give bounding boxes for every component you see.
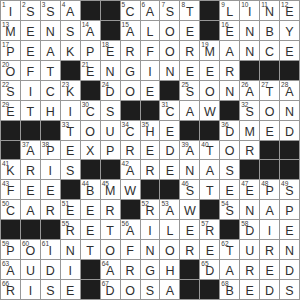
block-cell [180,121,199,140]
block-cell [220,101,239,120]
cell-letter: O [81,121,100,140]
grid-cell[interactable]: 35H [141,121,160,140]
grid-cell[interactable]: W [200,101,219,120]
cell-letter: N [61,240,80,259]
grid-cell[interactable]: 21E [81,61,100,80]
cell-letter: N [240,21,259,40]
grid-cell[interactable]: 9L [220,1,239,20]
cell-letter: N [160,61,179,80]
block-cell [101,21,120,40]
cell-letter: A [21,200,40,219]
grid-cell[interactable]: 42A [121,160,140,179]
cell-letter: E [180,220,199,239]
grid-cell[interactable]: E [220,180,239,199]
cell-letter: E [260,121,279,140]
grid-cell[interactable]: 47E [240,180,259,199]
grid-cell[interactable]: T [200,180,219,199]
grid-cell[interactable]: R [121,141,140,160]
cell-letter: D [41,260,60,279]
grid-cell[interactable]: 43F [1,180,20,199]
grid-cell[interactable]: I [141,220,160,239]
grid-cell[interactable]: E [160,121,179,140]
grid-cell[interactable]: 66R [1,280,20,299]
grid-cell[interactable]: 49S [280,180,299,199]
cell-letter: R [101,200,120,219]
grid-cell[interactable]: E [260,260,279,279]
cell-letter: R [220,61,239,80]
block-cell [220,220,239,239]
grid-cell[interactable]: N [41,21,60,40]
grid-cell[interactable]: N [101,61,120,80]
cell-letter: W [121,180,140,199]
grid-cell[interactable]: 56A [121,220,140,239]
cell-letter: E [220,21,239,40]
cell-letter: E [141,141,160,160]
cell-letter: F [121,240,140,259]
cell-letter: A [220,41,239,60]
cell-letter: K [61,81,80,100]
grid-cell[interactable]: T [41,61,60,80]
grid-cell[interactable]: 22S [1,81,20,100]
cell-letter: R [21,160,40,179]
grid-cell[interactable]: T [81,240,100,259]
block-cell [1,121,20,140]
cell-letter: P [101,141,120,160]
grid-cell[interactable]: I [61,101,80,120]
cell-letter: N [240,200,259,219]
cell-letter: A [101,260,120,279]
grid-cell[interactable]: 17P [1,41,20,60]
cell-letter: C [121,1,140,20]
cell-letter: A [200,160,219,179]
cell-letter: F [21,61,40,80]
cell-letter: D [200,260,219,279]
grid-cell[interactable]: S [41,280,60,299]
grid-cell[interactable]: E [200,240,219,259]
grid-cell[interactable]: D [280,121,299,140]
grid-cell[interactable]: E [61,141,80,160]
grid-cell[interactable]: A [220,260,239,279]
grid-cell[interactable]: E [160,160,179,179]
grid-cell[interactable]: 16E [220,21,239,40]
grid-cell[interactable]: U [101,121,120,140]
cell-letter: E [81,200,100,219]
cell-letter: R [260,240,279,259]
grid-cell[interactable]: 62T [220,240,239,259]
grid-cell[interactable]: 37A [21,141,40,160]
grid-cell[interactable]: I [61,260,80,279]
grid-cell[interactable]: 33T [61,121,80,140]
grid-cell[interactable]: 30C [81,101,100,120]
block-cell [21,220,40,239]
grid-cell[interactable]: E [200,61,219,80]
grid-cell[interactable]: 67D [101,280,120,299]
grid-cell[interactable]: T [101,220,120,239]
grid-cell[interactable]: S [141,280,160,299]
grid-cell[interactable]: A [180,101,199,120]
block-cell [1,220,20,239]
grid-cell[interactable]: 25S [180,81,199,100]
cell-letter: I [141,220,160,239]
cell-letter: N [101,61,120,80]
grid-cell[interactable]: R [21,160,40,179]
cell-letter: A [260,200,279,219]
grid-cell[interactable]: 4A [61,1,80,20]
grid-cell[interactable]: 60O [21,240,40,259]
grid-cell[interactable]: N [160,61,179,80]
grid-cell[interactable]: W [121,180,140,199]
grid-cell[interactable]: U [240,240,259,259]
block-cell [81,1,100,20]
cell-letter: N [141,240,160,259]
grid-cell[interactable]: N [61,240,80,259]
cell-letter: R [200,220,219,239]
grid-cell[interactable]: E [21,21,40,40]
grid-cell[interactable]: T [21,101,40,120]
cell-letter: A [240,81,259,100]
cell-letter: O [121,81,140,100]
cell-letter: L [160,220,179,239]
grid-cell[interactable]: C [41,81,60,100]
grid-cell[interactable]: 7S [160,1,179,20]
grid-cell[interactable]: 68B [220,280,239,299]
grid-cell[interactable]: S [61,160,80,179]
grid-cell[interactable]: 45M [101,180,120,199]
grid-cell[interactable]: R [180,240,199,259]
grid-cell[interactable]: 14A [81,21,100,40]
grid-cell[interactable]: N [180,160,199,179]
cell-letter: K [61,41,80,60]
cell-letter: A [160,200,179,219]
cell-letter: E [280,41,299,60]
grid-cell[interactable]: 2S [21,1,40,20]
cell-letter: S [280,280,299,299]
grid-cell[interactable]: O [160,21,179,40]
cell-letter: S [160,1,179,20]
block-cell [180,260,199,279]
cell-letter: X [81,141,100,160]
cell-letter: S [141,280,160,299]
grid-cell[interactable]: 20O [1,61,20,80]
grid-cell[interactable]: E [21,180,40,199]
grid-cell[interactable]: 38P [41,141,60,160]
grid-cell[interactable]: E [280,220,299,239]
grid-cell[interactable]: E [81,220,100,239]
grid-cell[interactable]: O [160,41,179,60]
grid-cell[interactable]: O [200,81,219,100]
grid-cell[interactable]: O [260,101,279,120]
grid-cell[interactable]: E [41,180,60,199]
grid-cell[interactable]: N [141,240,160,259]
grid-cell[interactable]: X [81,141,100,160]
grid-cell[interactable]: 32S [240,101,259,120]
grid-cell[interactable]: N [240,21,259,40]
grid-cell[interactable]: G [141,260,160,279]
grid-cell[interactable]: E [21,41,40,60]
grid-cell[interactable]: P [101,141,120,160]
grid-cell[interactable]: I [41,160,60,179]
grid-cell[interactable]: A [220,41,239,60]
grid-cell[interactable]: 41K [1,160,20,179]
cell-letter: E [160,160,179,179]
cell-letter: A [180,101,199,120]
grid-cell[interactable]: 18E [101,41,120,60]
grid-cell[interactable]: 5C [121,1,140,20]
cell-letter: A [141,1,160,20]
cell-letter: C [81,101,100,120]
grid-cell[interactable]: R [41,200,60,219]
cell-letter: R [121,41,140,60]
cell-letter: R [121,260,140,279]
grid-cell[interactable]: F [141,41,160,60]
grid-cell[interactable]: 61I [41,240,60,259]
grid-cell[interactable]: I [21,280,40,299]
block-cell [280,160,299,179]
grid-cell[interactable]: S [101,101,120,120]
grid-cell[interactable]: 53A [160,200,179,219]
grid-cell[interactable]: 27T [260,81,279,100]
cell-letter: P [280,200,299,219]
grid-cell[interactable]: F [21,61,40,80]
grid-cell[interactable]: D [280,260,299,279]
grid-cell[interactable]: 51E [61,200,80,219]
grid-cell[interactable]: R [121,41,140,60]
grid-cell[interactable]: O [160,240,179,259]
cell-letter: R [141,200,160,219]
block-cell [121,200,140,219]
grid-cell[interactable]: 55R [61,220,80,239]
cell-letter: H [141,121,160,140]
grid-cell[interactable]: H [160,260,179,279]
grid-cell[interactable]: 48P [260,180,279,199]
cell-letter: A [41,41,60,60]
grid-cell[interactable]: E [180,61,199,80]
cell-letter: E [240,280,259,299]
grid-cell[interactable]: 13M [1,21,20,40]
grid-cell[interactable]: O [121,81,140,100]
cell-letter: O [101,240,120,259]
cell-letter: E [21,21,40,40]
block-cell [101,1,120,20]
cell-letter: E [280,220,299,239]
grid-cell[interactable]: 59P [1,240,20,259]
cell-letter: E [180,21,199,40]
cell-letter: W [180,200,199,219]
grid-cell[interactable]: S [61,21,80,40]
cell-letter: R [61,220,80,239]
grid-cell[interactable]: I [21,81,40,100]
grid-cell[interactable]: O [81,121,100,140]
grid-cell[interactable]: 65D [200,260,219,279]
cell-letter: B [81,180,100,199]
cell-letter: O [160,21,179,40]
grid-cell[interactable]: 58D [240,220,259,239]
grid-cell[interactable]: 39A [180,141,199,160]
grid-cell[interactable]: 23K [61,81,80,100]
grid-cell[interactable]: 12E [280,1,299,20]
grid-cell[interactable]: 24D [101,81,120,100]
block-cell [200,280,219,299]
grid-cell[interactable]: 6A [141,1,160,20]
block-cell [81,81,100,100]
grid-cell[interactable]: A [41,41,60,60]
grid-cell[interactable]: 46S [180,180,199,199]
cell-letter: P [41,141,60,160]
grid-cell[interactable]: E [141,81,160,100]
block-cell [81,160,100,179]
cell-letter: T [200,141,219,160]
cell-letter: R [240,141,259,160]
cell-letter: T [260,81,279,100]
cell-letter: D [220,121,239,140]
grid-cell[interactable]: R [220,61,239,80]
grid-cell[interactable]: 19M [200,41,219,60]
grid-cell[interactable]: N [280,240,299,259]
grid-cell[interactable]: H [41,101,60,120]
cell-letter: P [260,180,279,199]
grid-cell[interactable]: R [101,200,120,219]
grid-cell[interactable]: R [180,41,199,60]
block-cell [240,160,259,179]
grid-cell[interactable]: 40T [200,141,219,160]
cell-letter: E [240,180,259,199]
grid-cell[interactable]: A [260,200,279,219]
grid-cell[interactable]: E [81,200,100,219]
grid-cell[interactable]: E [260,121,279,140]
grid-cell[interactable]: O [121,280,140,299]
grid-cell[interactable]: D [160,141,179,160]
grid-cell[interactable]: 57R [200,220,219,239]
block-cell [1,141,20,160]
cell-letter: R [141,160,160,179]
grid-cell[interactable]: 52R [141,200,160,219]
cell-letter: D [160,141,179,160]
cell-letter: M [101,180,120,199]
grid-cell[interactable]: 31C [160,101,179,120]
grid-cell[interactable]: W [180,200,199,219]
grid-cell[interactable]: S [280,280,299,299]
grid-cell[interactable]: L [160,220,179,239]
cell-letter: S [220,200,239,219]
cell-letter: O [260,101,279,120]
grid-cell[interactable]: E [180,220,199,239]
grid-cell[interactable]: E [180,21,199,40]
cell-letter: R [180,240,199,259]
grid-cell[interactable]: 44B [81,180,100,199]
grid-cell[interactable]: R [121,260,140,279]
grid-cell[interactable]: E [240,280,259,299]
grid-cell[interactable]: U [21,260,40,279]
grid-cell[interactable]: R [260,240,279,259]
cell-letter: S [101,101,120,120]
cell-letter: C [160,101,179,120]
grid-cell[interactable]: C [260,41,279,60]
grid-cell[interactable]: P [81,41,100,60]
cell-letter: S [280,180,299,199]
grid-cell[interactable]: R [240,260,259,279]
block-cell [180,280,199,299]
grid-cell[interactable]: D [41,260,60,279]
grid-cell[interactable]: A [200,160,219,179]
grid-cell[interactable]: I [141,61,160,80]
grid-cell[interactable]: E [141,141,160,160]
grid-cell[interactable]: 29E [1,101,20,120]
grid-cell[interactable]: 1I [1,1,20,20]
cell-letter: A [1,260,20,279]
grid-cell[interactable]: 8T [180,1,199,20]
grid-cell[interactable]: N [240,200,259,219]
cell-letter: A [121,220,140,239]
cell-letter: A [61,1,80,20]
grid-cell[interactable]: R [141,160,160,179]
cell-letter: D [280,260,299,279]
grid-cell[interactable]: A [21,200,40,219]
grid-cell[interactable]: N [280,101,299,120]
block-cell [61,180,80,199]
grid-cell[interactable]: O [220,141,239,160]
grid-cell[interactable]: 54S [220,200,239,219]
grid-cell[interactable]: 3S [41,1,60,20]
block-cell [200,1,219,20]
grid-cell[interactable]: F [121,240,140,259]
grid-cell[interactable]: 36D [220,121,239,140]
grid-cell[interactable]: 10I [240,1,259,20]
grid-cell[interactable]: K [61,41,80,60]
grid-cell[interactable]: 28A [280,81,299,100]
grid-cell[interactable]: N [220,81,239,100]
grid-cell[interactable]: P [280,200,299,219]
cell-letter: N [280,101,299,120]
grid-cell[interactable]: 26A [240,81,259,100]
grid-cell[interactable]: 15A [121,21,140,40]
grid-cell[interactable]: 64A [101,260,120,279]
cell-letter: S [41,1,60,20]
grid-cell[interactable]: M [240,121,259,140]
grid-cell[interactable]: S [220,160,239,179]
grid-cell[interactable]: D [260,280,279,299]
grid-cell[interactable]: O [101,240,120,259]
grid-cell[interactable]: B [260,21,279,40]
cell-letter: S [21,1,40,20]
grid-cell[interactable]: R [240,141,259,160]
grid-cell[interactable]: 34C [121,121,140,140]
cell-letter: A [121,160,140,179]
grid-cell[interactable]: Y [280,21,299,40]
grid-cell[interactable]: N [240,41,259,60]
grid-cell[interactable]: A [160,280,179,299]
grid-cell[interactable]: 11N [260,1,279,20]
grid-cell[interactable]: L [141,21,160,40]
grid-cell[interactable]: E [61,280,80,299]
grid-cell[interactable]: E [280,41,299,60]
cell-letter: R [1,280,20,299]
cell-letter: M [240,121,259,140]
grid-cell[interactable]: G [121,61,140,80]
cell-letter: L [141,21,160,40]
grid-cell[interactable]: 50C [1,200,20,219]
cell-letter: A [160,280,179,299]
cell-letter: I [41,240,60,259]
block-cell [160,81,179,100]
cell-letter: T [101,220,120,239]
cell-letter: E [81,61,100,80]
cell-letter: O [21,240,40,259]
grid-cell[interactable]: 63A [1,260,20,279]
cell-letter: E [41,180,60,199]
cell-letter: T [200,180,219,199]
cell-letter: E [21,41,40,60]
grid-cell[interactable]: I [260,220,279,239]
